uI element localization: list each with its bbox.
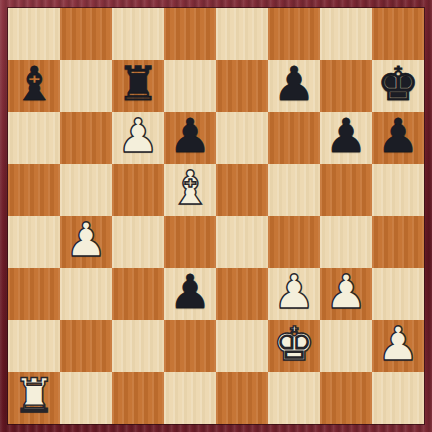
chess-board: ♝♜♟♚♟♟♟♟♝♟♟♟♟♚♟♜ xyxy=(8,8,424,424)
white-pawn[interactable]: ♟ xyxy=(117,110,159,162)
square-e6[interactable] xyxy=(216,112,268,164)
square-h5[interactable] xyxy=(372,164,424,216)
white-king[interactable]: ♚ xyxy=(273,318,315,370)
square-b2[interactable] xyxy=(60,320,112,372)
square-b1[interactable] xyxy=(60,372,112,424)
square-g8[interactable] xyxy=(320,8,372,60)
square-g7[interactable] xyxy=(320,60,372,112)
square-c3[interactable] xyxy=(112,268,164,320)
square-h1[interactable] xyxy=(372,372,424,424)
square-a7[interactable]: ♝ xyxy=(8,60,60,112)
square-c1[interactable] xyxy=(112,372,164,424)
black-pawn[interactable]: ♟ xyxy=(377,110,419,162)
square-g3[interactable]: ♟ xyxy=(320,268,372,320)
square-g5[interactable] xyxy=(320,164,372,216)
square-a4[interactable] xyxy=(8,216,60,268)
square-g1[interactable] xyxy=(320,372,372,424)
square-a5[interactable] xyxy=(8,164,60,216)
square-h8[interactable] xyxy=(372,8,424,60)
black-rook[interactable]: ♜ xyxy=(117,58,159,110)
square-e1[interactable] xyxy=(216,372,268,424)
square-h4[interactable] xyxy=(372,216,424,268)
square-f8[interactable] xyxy=(268,8,320,60)
square-d4[interactable] xyxy=(164,216,216,268)
square-d3[interactable]: ♟ xyxy=(164,268,216,320)
square-a6[interactable] xyxy=(8,112,60,164)
square-g4[interactable] xyxy=(320,216,372,268)
square-b5[interactable] xyxy=(60,164,112,216)
square-f7[interactable]: ♟ xyxy=(268,60,320,112)
white-pawn[interactable]: ♟ xyxy=(65,214,107,266)
black-pawn[interactable]: ♟ xyxy=(325,110,367,162)
square-d6[interactable]: ♟ xyxy=(164,112,216,164)
square-c5[interactable] xyxy=(112,164,164,216)
square-h2[interactable]: ♟ xyxy=(372,320,424,372)
square-a3[interactable] xyxy=(8,268,60,320)
white-pawn[interactable]: ♟ xyxy=(273,266,315,318)
square-g6[interactable]: ♟ xyxy=(320,112,372,164)
square-d2[interactable] xyxy=(164,320,216,372)
square-f3[interactable]: ♟ xyxy=(268,268,320,320)
square-b3[interactable] xyxy=(60,268,112,320)
black-bishop[interactable]: ♝ xyxy=(13,58,55,110)
white-pawn[interactable]: ♟ xyxy=(325,266,367,318)
white-pawn[interactable]: ♟ xyxy=(377,318,419,370)
square-f6[interactable] xyxy=(268,112,320,164)
square-b6[interactable] xyxy=(60,112,112,164)
square-e2[interactable] xyxy=(216,320,268,372)
square-d5[interactable]: ♝ xyxy=(164,164,216,216)
square-h6[interactable]: ♟ xyxy=(372,112,424,164)
square-d7[interactable] xyxy=(164,60,216,112)
square-a2[interactable] xyxy=(8,320,60,372)
square-e3[interactable] xyxy=(216,268,268,320)
square-d8[interactable] xyxy=(164,8,216,60)
square-g2[interactable] xyxy=(320,320,372,372)
black-king[interactable]: ♚ xyxy=(377,58,419,110)
square-a8[interactable] xyxy=(8,8,60,60)
chess-board-frame: ♝♜♟♚♟♟♟♟♝♟♟♟♟♚♟♜ xyxy=(0,0,432,432)
black-pawn[interactable]: ♟ xyxy=(169,266,211,318)
square-e5[interactable] xyxy=(216,164,268,216)
square-c2[interactable] xyxy=(112,320,164,372)
square-e7[interactable] xyxy=(216,60,268,112)
square-b7[interactable] xyxy=(60,60,112,112)
square-e4[interactable] xyxy=(216,216,268,268)
square-c6[interactable]: ♟ xyxy=(112,112,164,164)
square-h3[interactable] xyxy=(372,268,424,320)
square-f2[interactable]: ♚ xyxy=(268,320,320,372)
square-h7[interactable]: ♚ xyxy=(372,60,424,112)
square-a1[interactable]: ♜ xyxy=(8,372,60,424)
black-pawn[interactable]: ♟ xyxy=(273,58,315,110)
square-c4[interactable] xyxy=(112,216,164,268)
square-f1[interactable] xyxy=(268,372,320,424)
square-c7[interactable]: ♜ xyxy=(112,60,164,112)
square-f5[interactable] xyxy=(268,164,320,216)
square-b8[interactable] xyxy=(60,8,112,60)
square-d1[interactable] xyxy=(164,372,216,424)
square-f4[interactable] xyxy=(268,216,320,268)
black-pawn[interactable]: ♟ xyxy=(169,110,211,162)
square-c8[interactable] xyxy=(112,8,164,60)
square-b4[interactable]: ♟ xyxy=(60,216,112,268)
white-rook[interactable]: ♜ xyxy=(13,370,55,422)
square-e8[interactable] xyxy=(216,8,268,60)
white-bishop[interactable]: ♝ xyxy=(169,162,211,214)
